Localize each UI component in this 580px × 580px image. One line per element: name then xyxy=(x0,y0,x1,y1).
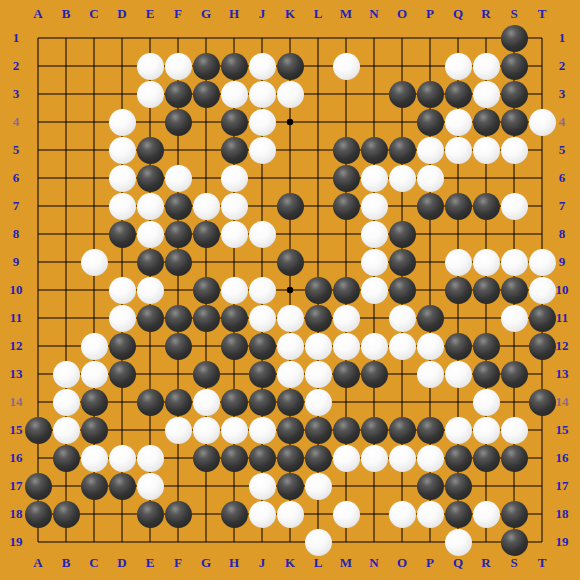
intersection-F15[interactable] xyxy=(164,416,192,444)
intersection-O17[interactable] xyxy=(388,472,416,500)
intersection-C6[interactable] xyxy=(80,164,108,192)
intersection-K16[interactable] xyxy=(276,444,304,472)
intersection-N19[interactable] xyxy=(360,528,388,556)
intersection-R17[interactable] xyxy=(472,472,500,500)
intersection-P10[interactable] xyxy=(416,276,444,304)
intersection-J11[interactable] xyxy=(248,304,276,332)
intersection-T12[interactable] xyxy=(528,332,556,360)
intersection-K12[interactable] xyxy=(276,332,304,360)
intersection-J14[interactable] xyxy=(248,388,276,416)
intersection-E9[interactable] xyxy=(136,248,164,276)
intersection-T9[interactable] xyxy=(528,248,556,276)
intersection-M8[interactable] xyxy=(332,220,360,248)
intersection-J13[interactable] xyxy=(248,360,276,388)
intersection-D3[interactable] xyxy=(108,80,136,108)
intersection-S7[interactable] xyxy=(500,192,528,220)
intersection-C5[interactable] xyxy=(80,136,108,164)
intersection-F18[interactable] xyxy=(164,500,192,528)
intersection-G19[interactable] xyxy=(192,528,220,556)
intersection-F5[interactable] xyxy=(164,136,192,164)
intersection-H2[interactable] xyxy=(220,52,248,80)
intersection-D16[interactable] xyxy=(108,444,136,472)
intersection-F7[interactable] xyxy=(164,192,192,220)
intersection-P3[interactable] xyxy=(416,80,444,108)
intersection-A7[interactable] xyxy=(24,192,52,220)
intersection-J9[interactable] xyxy=(248,248,276,276)
intersection-O3[interactable] xyxy=(388,80,416,108)
intersection-C8[interactable] xyxy=(80,220,108,248)
intersection-A3[interactable] xyxy=(24,80,52,108)
intersection-H18[interactable] xyxy=(220,500,248,528)
intersection-E19[interactable] xyxy=(136,528,164,556)
intersection-J17[interactable] xyxy=(248,472,276,500)
intersection-Q3[interactable] xyxy=(444,80,472,108)
intersection-P19[interactable] xyxy=(416,528,444,556)
intersection-Q12[interactable] xyxy=(444,332,472,360)
intersection-N2[interactable] xyxy=(360,52,388,80)
intersection-J8[interactable] xyxy=(248,220,276,248)
intersection-A11[interactable] xyxy=(24,304,52,332)
intersection-J15[interactable] xyxy=(248,416,276,444)
intersection-F11[interactable] xyxy=(164,304,192,332)
intersection-Q18[interactable] xyxy=(444,500,472,528)
intersection-S14[interactable] xyxy=(500,388,528,416)
intersection-F2[interactable] xyxy=(164,52,192,80)
intersection-B15[interactable] xyxy=(52,416,80,444)
intersection-O12[interactable] xyxy=(388,332,416,360)
intersection-Q6[interactable] xyxy=(444,164,472,192)
intersection-O16[interactable] xyxy=(388,444,416,472)
intersection-E6[interactable] xyxy=(136,164,164,192)
intersection-N8[interactable] xyxy=(360,220,388,248)
intersection-L14[interactable] xyxy=(304,388,332,416)
intersection-R18[interactable] xyxy=(472,500,500,528)
intersection-K3[interactable] xyxy=(276,80,304,108)
intersection-R3[interactable] xyxy=(472,80,500,108)
intersection-L5[interactable] xyxy=(304,136,332,164)
intersection-H1[interactable] xyxy=(220,24,248,52)
intersection-D4[interactable] xyxy=(108,108,136,136)
intersection-F12[interactable] xyxy=(164,332,192,360)
intersection-J6[interactable] xyxy=(248,164,276,192)
intersection-S3[interactable] xyxy=(500,80,528,108)
intersection-T8[interactable] xyxy=(528,220,556,248)
intersection-A10[interactable] xyxy=(24,276,52,304)
intersection-J3[interactable] xyxy=(248,80,276,108)
intersection-C4[interactable] xyxy=(80,108,108,136)
intersection-N5[interactable] xyxy=(360,136,388,164)
intersection-R7[interactable] xyxy=(472,192,500,220)
intersection-N12[interactable] xyxy=(360,332,388,360)
intersection-G6[interactable] xyxy=(192,164,220,192)
intersection-G16[interactable] xyxy=(192,444,220,472)
intersection-M17[interactable] xyxy=(332,472,360,500)
intersection-K10[interactable] xyxy=(276,276,304,304)
intersection-O1[interactable] xyxy=(388,24,416,52)
intersection-N18[interactable] xyxy=(360,500,388,528)
intersection-M16[interactable] xyxy=(332,444,360,472)
intersection-B11[interactable] xyxy=(52,304,80,332)
intersection-J7[interactable] xyxy=(248,192,276,220)
intersection-H12[interactable] xyxy=(220,332,248,360)
intersection-A6[interactable] xyxy=(24,164,52,192)
intersection-T15[interactable] xyxy=(528,416,556,444)
intersection-B9[interactable] xyxy=(52,248,80,276)
intersection-H16[interactable] xyxy=(220,444,248,472)
intersection-K4[interactable] xyxy=(276,108,304,136)
intersection-P11[interactable] xyxy=(416,304,444,332)
intersection-O10[interactable] xyxy=(388,276,416,304)
intersection-T5[interactable] xyxy=(528,136,556,164)
intersection-F9[interactable] xyxy=(164,248,192,276)
intersection-G4[interactable] xyxy=(192,108,220,136)
intersection-T11[interactable] xyxy=(528,304,556,332)
intersection-H19[interactable] xyxy=(220,528,248,556)
intersection-H11[interactable] xyxy=(220,304,248,332)
intersection-L1[interactable] xyxy=(304,24,332,52)
intersection-S16[interactable] xyxy=(500,444,528,472)
intersection-D17[interactable] xyxy=(108,472,136,500)
intersection-S2[interactable] xyxy=(500,52,528,80)
intersection-L6[interactable] xyxy=(304,164,332,192)
intersection-S9[interactable] xyxy=(500,248,528,276)
intersection-B17[interactable] xyxy=(52,472,80,500)
intersection-D11[interactable] xyxy=(108,304,136,332)
intersection-G13[interactable] xyxy=(192,360,220,388)
intersection-L15[interactable] xyxy=(304,416,332,444)
intersection-J12[interactable] xyxy=(248,332,276,360)
intersection-N14[interactable] xyxy=(360,388,388,416)
intersection-E17[interactable] xyxy=(136,472,164,500)
intersection-E14[interactable] xyxy=(136,388,164,416)
intersection-T17[interactable] xyxy=(528,472,556,500)
intersection-S15[interactable] xyxy=(500,416,528,444)
intersection-O18[interactable] xyxy=(388,500,416,528)
intersection-P4[interactable] xyxy=(416,108,444,136)
intersection-C12[interactable] xyxy=(80,332,108,360)
intersection-E11[interactable] xyxy=(136,304,164,332)
intersection-R2[interactable] xyxy=(472,52,500,80)
intersection-P8[interactable] xyxy=(416,220,444,248)
intersection-M15[interactable] xyxy=(332,416,360,444)
intersection-A8[interactable] xyxy=(24,220,52,248)
intersection-G7[interactable] xyxy=(192,192,220,220)
intersection-D1[interactable] xyxy=(108,24,136,52)
intersection-M2[interactable] xyxy=(332,52,360,80)
intersection-Q14[interactable] xyxy=(444,388,472,416)
intersection-H17[interactable] xyxy=(220,472,248,500)
intersection-O9[interactable] xyxy=(388,248,416,276)
intersection-F3[interactable] xyxy=(164,80,192,108)
intersection-L9[interactable] xyxy=(304,248,332,276)
intersection-S6[interactable] xyxy=(500,164,528,192)
intersection-C16[interactable] xyxy=(80,444,108,472)
intersection-M13[interactable] xyxy=(332,360,360,388)
intersection-B10[interactable] xyxy=(52,276,80,304)
intersection-C17[interactable] xyxy=(80,472,108,500)
intersection-E8[interactable] xyxy=(136,220,164,248)
intersection-M14[interactable] xyxy=(332,388,360,416)
intersection-J4[interactable] xyxy=(248,108,276,136)
intersection-T13[interactable] xyxy=(528,360,556,388)
intersection-P1[interactable] xyxy=(416,24,444,52)
intersection-S18[interactable] xyxy=(500,500,528,528)
intersection-K11[interactable] xyxy=(276,304,304,332)
intersection-S4[interactable] xyxy=(500,108,528,136)
intersection-G11[interactable] xyxy=(192,304,220,332)
intersection-R11[interactable] xyxy=(472,304,500,332)
intersection-S13[interactable] xyxy=(500,360,528,388)
intersection-C13[interactable] xyxy=(80,360,108,388)
intersection-B6[interactable] xyxy=(52,164,80,192)
intersection-P18[interactable] xyxy=(416,500,444,528)
intersection-A9[interactable] xyxy=(24,248,52,276)
intersection-F16[interactable] xyxy=(164,444,192,472)
intersection-S5[interactable] xyxy=(500,136,528,164)
intersection-K13[interactable] xyxy=(276,360,304,388)
intersection-H8[interactable] xyxy=(220,220,248,248)
intersection-T7[interactable] xyxy=(528,192,556,220)
intersection-E15[interactable] xyxy=(136,416,164,444)
intersection-Q19[interactable] xyxy=(444,528,472,556)
intersection-K6[interactable] xyxy=(276,164,304,192)
intersection-R8[interactable] xyxy=(472,220,500,248)
intersection-R5[interactable] xyxy=(472,136,500,164)
intersection-O13[interactable] xyxy=(388,360,416,388)
intersection-R10[interactable] xyxy=(472,276,500,304)
intersection-C14[interactable] xyxy=(80,388,108,416)
intersection-R15[interactable] xyxy=(472,416,500,444)
intersection-F14[interactable] xyxy=(164,388,192,416)
intersection-R9[interactable] xyxy=(472,248,500,276)
intersection-E16[interactable] xyxy=(136,444,164,472)
intersection-A1[interactable] xyxy=(24,24,52,52)
intersection-L16[interactable] xyxy=(304,444,332,472)
intersection-Q5[interactable] xyxy=(444,136,472,164)
intersection-K7[interactable] xyxy=(276,192,304,220)
intersection-M1[interactable] xyxy=(332,24,360,52)
intersection-L12[interactable] xyxy=(304,332,332,360)
intersection-M7[interactable] xyxy=(332,192,360,220)
intersection-Q7[interactable] xyxy=(444,192,472,220)
intersection-T6[interactable] xyxy=(528,164,556,192)
intersection-O5[interactable] xyxy=(388,136,416,164)
intersection-A16[interactable] xyxy=(24,444,52,472)
intersection-T16[interactable] xyxy=(528,444,556,472)
intersection-K14[interactable] xyxy=(276,388,304,416)
intersection-Q9[interactable] xyxy=(444,248,472,276)
intersection-S17[interactable] xyxy=(500,472,528,500)
intersection-B19[interactable] xyxy=(52,528,80,556)
intersection-O7[interactable] xyxy=(388,192,416,220)
intersection-M11[interactable] xyxy=(332,304,360,332)
intersection-D7[interactable] xyxy=(108,192,136,220)
intersection-Q10[interactable] xyxy=(444,276,472,304)
intersection-G10[interactable] xyxy=(192,276,220,304)
intersection-T2[interactable] xyxy=(528,52,556,80)
intersection-T10[interactable] xyxy=(528,276,556,304)
intersection-B18[interactable] xyxy=(52,500,80,528)
intersection-B7[interactable] xyxy=(52,192,80,220)
intersection-B4[interactable] xyxy=(52,108,80,136)
intersection-G1[interactable] xyxy=(192,24,220,52)
intersection-P7[interactable] xyxy=(416,192,444,220)
intersection-B16[interactable] xyxy=(52,444,80,472)
intersection-D19[interactable] xyxy=(108,528,136,556)
intersection-T1[interactable] xyxy=(528,24,556,52)
intersection-G2[interactable] xyxy=(192,52,220,80)
intersection-M9[interactable] xyxy=(332,248,360,276)
intersection-F19[interactable] xyxy=(164,528,192,556)
intersection-N6[interactable] xyxy=(360,164,388,192)
intersection-A5[interactable] xyxy=(24,136,52,164)
intersection-E12[interactable] xyxy=(136,332,164,360)
intersection-C1[interactable] xyxy=(80,24,108,52)
intersection-E2[interactable] xyxy=(136,52,164,80)
intersection-P5[interactable] xyxy=(416,136,444,164)
intersection-B2[interactable] xyxy=(52,52,80,80)
intersection-H3[interactable] xyxy=(220,80,248,108)
intersection-C7[interactable] xyxy=(80,192,108,220)
intersection-Q2[interactable] xyxy=(444,52,472,80)
intersection-J5[interactable] xyxy=(248,136,276,164)
intersection-P15[interactable] xyxy=(416,416,444,444)
intersection-M12[interactable] xyxy=(332,332,360,360)
intersection-J18[interactable] xyxy=(248,500,276,528)
intersection-M10[interactable] xyxy=(332,276,360,304)
intersection-K18[interactable] xyxy=(276,500,304,528)
intersection-K2[interactable] xyxy=(276,52,304,80)
intersection-H9[interactable] xyxy=(220,248,248,276)
intersection-T4[interactable] xyxy=(528,108,556,136)
intersection-G14[interactable] xyxy=(192,388,220,416)
intersection-O8[interactable] xyxy=(388,220,416,248)
intersection-R14[interactable] xyxy=(472,388,500,416)
intersection-G12[interactable] xyxy=(192,332,220,360)
intersection-D2[interactable] xyxy=(108,52,136,80)
intersection-H10[interactable] xyxy=(220,276,248,304)
intersection-L7[interactable] xyxy=(304,192,332,220)
intersection-O11[interactable] xyxy=(388,304,416,332)
intersection-L17[interactable] xyxy=(304,472,332,500)
intersection-K1[interactable] xyxy=(276,24,304,52)
intersection-F13[interactable] xyxy=(164,360,192,388)
intersection-R1[interactable] xyxy=(472,24,500,52)
intersection-P6[interactable] xyxy=(416,164,444,192)
intersection-Q8[interactable] xyxy=(444,220,472,248)
intersection-T19[interactable] xyxy=(528,528,556,556)
intersection-N9[interactable] xyxy=(360,248,388,276)
intersection-Q17[interactable] xyxy=(444,472,472,500)
intersection-B14[interactable] xyxy=(52,388,80,416)
intersection-O2[interactable] xyxy=(388,52,416,80)
intersection-P17[interactable] xyxy=(416,472,444,500)
intersection-G15[interactable] xyxy=(192,416,220,444)
intersection-A19[interactable] xyxy=(24,528,52,556)
intersection-D10[interactable] xyxy=(108,276,136,304)
intersection-L19[interactable] xyxy=(304,528,332,556)
intersection-N7[interactable] xyxy=(360,192,388,220)
intersection-P13[interactable] xyxy=(416,360,444,388)
intersection-C18[interactable] xyxy=(80,500,108,528)
intersection-P14[interactable] xyxy=(416,388,444,416)
intersection-R19[interactable] xyxy=(472,528,500,556)
intersection-S1[interactable] xyxy=(500,24,528,52)
intersection-B12[interactable] xyxy=(52,332,80,360)
intersection-P12[interactable] xyxy=(416,332,444,360)
intersection-N11[interactable] xyxy=(360,304,388,332)
intersection-A13[interactable] xyxy=(24,360,52,388)
intersection-D8[interactable] xyxy=(108,220,136,248)
intersection-C3[interactable] xyxy=(80,80,108,108)
intersection-A4[interactable] xyxy=(24,108,52,136)
intersection-S10[interactable] xyxy=(500,276,528,304)
intersection-F6[interactable] xyxy=(164,164,192,192)
intersection-H5[interactable] xyxy=(220,136,248,164)
intersection-N17[interactable] xyxy=(360,472,388,500)
intersection-E4[interactable] xyxy=(136,108,164,136)
intersection-H13[interactable] xyxy=(220,360,248,388)
intersection-F8[interactable] xyxy=(164,220,192,248)
intersection-R13[interactable] xyxy=(472,360,500,388)
intersection-F4[interactable] xyxy=(164,108,192,136)
intersection-S19[interactable] xyxy=(500,528,528,556)
intersection-K5[interactable] xyxy=(276,136,304,164)
intersection-B8[interactable] xyxy=(52,220,80,248)
intersection-A17[interactable] xyxy=(24,472,52,500)
intersection-E3[interactable] xyxy=(136,80,164,108)
intersection-E18[interactable] xyxy=(136,500,164,528)
intersection-H4[interactable] xyxy=(220,108,248,136)
intersection-S12[interactable] xyxy=(500,332,528,360)
intersection-A2[interactable] xyxy=(24,52,52,80)
intersection-L10[interactable] xyxy=(304,276,332,304)
intersection-C9[interactable] xyxy=(80,248,108,276)
intersection-D13[interactable] xyxy=(108,360,136,388)
intersection-B13[interactable] xyxy=(52,360,80,388)
intersection-M18[interactable] xyxy=(332,500,360,528)
intersection-N16[interactable] xyxy=(360,444,388,472)
intersection-S8[interactable] xyxy=(500,220,528,248)
intersection-A14[interactable] xyxy=(24,388,52,416)
intersection-J16[interactable] xyxy=(248,444,276,472)
intersection-E7[interactable] xyxy=(136,192,164,220)
intersection-G18[interactable] xyxy=(192,500,220,528)
intersection-A18[interactable] xyxy=(24,500,52,528)
intersection-M4[interactable] xyxy=(332,108,360,136)
intersection-T3[interactable] xyxy=(528,80,556,108)
intersection-T14[interactable] xyxy=(528,388,556,416)
intersection-C11[interactable] xyxy=(80,304,108,332)
intersection-D9[interactable] xyxy=(108,248,136,276)
intersection-C2[interactable] xyxy=(80,52,108,80)
intersection-K17[interactable] xyxy=(276,472,304,500)
intersection-H7[interactable] xyxy=(220,192,248,220)
intersection-R12[interactable] xyxy=(472,332,500,360)
intersection-O19[interactable] xyxy=(388,528,416,556)
intersection-M3[interactable] xyxy=(332,80,360,108)
intersection-C10[interactable] xyxy=(80,276,108,304)
intersection-P2[interactable] xyxy=(416,52,444,80)
intersection-J2[interactable] xyxy=(248,52,276,80)
intersection-G9[interactable] xyxy=(192,248,220,276)
intersection-K9[interactable] xyxy=(276,248,304,276)
intersection-R6[interactable] xyxy=(472,164,500,192)
intersection-D12[interactable] xyxy=(108,332,136,360)
intersection-A15[interactable] xyxy=(24,416,52,444)
intersection-H15[interactable] xyxy=(220,416,248,444)
intersection-Q1[interactable] xyxy=(444,24,472,52)
